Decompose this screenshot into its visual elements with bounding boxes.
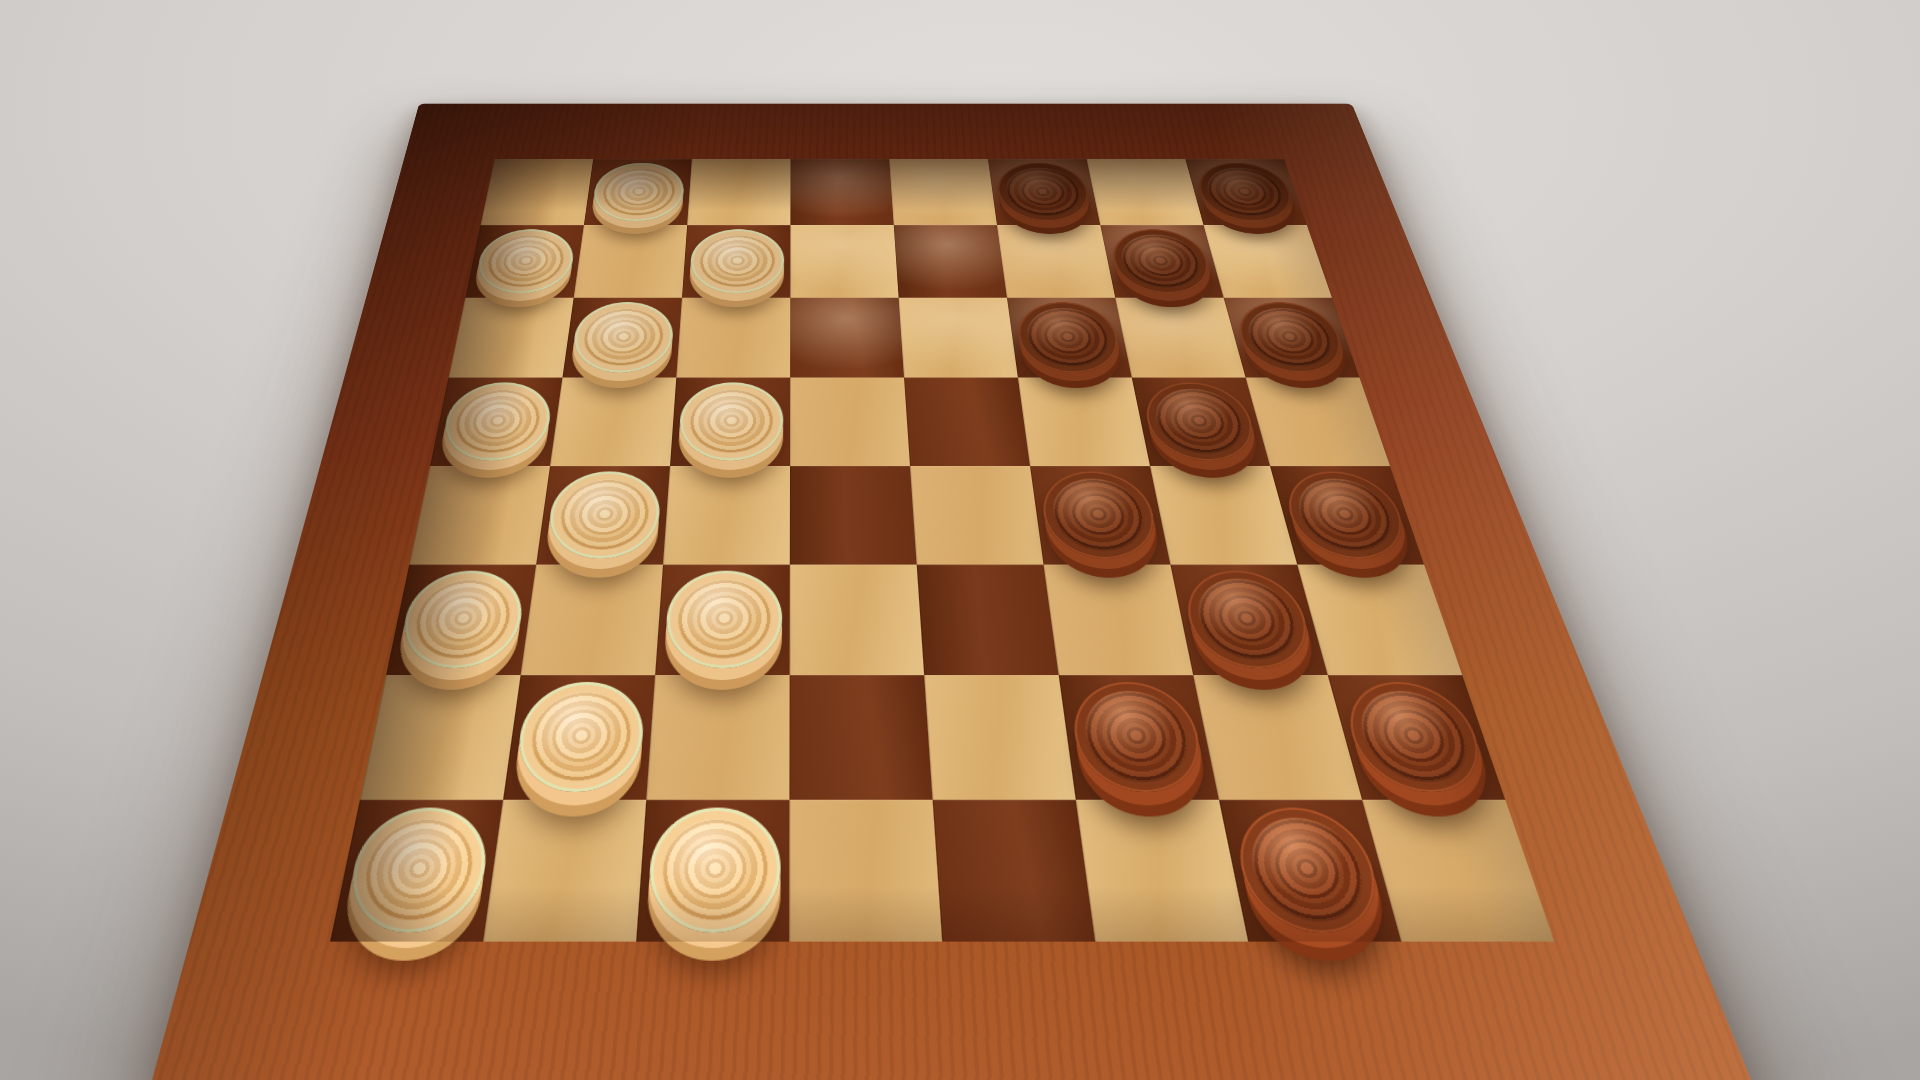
dark-checker-piece[interactable] xyxy=(1038,471,1162,558)
dark-checker-piece[interactable] xyxy=(1192,163,1299,221)
board-square[interactable] xyxy=(997,225,1115,297)
board-square[interactable] xyxy=(910,466,1044,565)
board-square[interactable] xyxy=(933,800,1096,942)
board-square[interactable] xyxy=(790,466,917,565)
board-square[interactable] xyxy=(663,466,790,565)
board-square[interactable] xyxy=(676,298,790,378)
board-square[interactable] xyxy=(574,225,687,297)
light-checker-piece[interactable] xyxy=(473,229,578,293)
board-square[interactable] xyxy=(790,159,893,225)
board-square[interactable] xyxy=(449,298,574,378)
board-square[interactable] xyxy=(409,466,550,565)
board-square[interactable] xyxy=(1270,466,1424,565)
board-square[interactable] xyxy=(646,675,789,800)
board-square[interactable] xyxy=(670,378,790,466)
board-square[interactable] xyxy=(1018,378,1150,466)
dark-checker-piece[interactable] xyxy=(1139,382,1261,460)
background-wall xyxy=(0,0,1920,1080)
light-checker-piece[interactable] xyxy=(544,471,662,558)
board-square[interactable] xyxy=(789,800,942,942)
board-grid xyxy=(330,159,1554,941)
board-square[interactable] xyxy=(1246,378,1390,466)
board-square[interactable] xyxy=(924,675,1076,800)
board-square[interactable] xyxy=(687,159,790,225)
board-square[interactable] xyxy=(430,378,562,466)
board-square[interactable] xyxy=(360,675,521,800)
dark-checker-piece[interactable] xyxy=(1107,229,1216,293)
board-square[interactable] xyxy=(562,298,682,378)
light-checker-piece[interactable] xyxy=(438,382,555,460)
board-square[interactable] xyxy=(889,159,997,225)
dark-checker-piece[interactable] xyxy=(1231,302,1351,373)
board-square[interactable] xyxy=(386,565,536,675)
board-square[interactable] xyxy=(1007,298,1132,378)
board-square[interactable] xyxy=(1044,565,1194,675)
board-square[interactable] xyxy=(503,675,655,800)
board-square[interactable] xyxy=(682,225,790,297)
light-checker-piece[interactable] xyxy=(677,382,783,460)
light-checker-piece[interactable] xyxy=(663,571,782,669)
light-checker-piece[interactable] xyxy=(512,682,646,792)
board-square[interactable] xyxy=(790,378,910,466)
board-square[interactable] xyxy=(894,225,1007,297)
board-square[interactable] xyxy=(1087,159,1204,225)
board-square[interactable] xyxy=(1224,298,1360,378)
dark-checker-piece[interactable] xyxy=(994,163,1093,221)
board-square[interactable] xyxy=(465,225,583,297)
dark-checker-piece[interactable] xyxy=(1179,571,1318,669)
board-square[interactable] xyxy=(1185,159,1307,225)
board-square[interactable] xyxy=(536,466,670,565)
board-square[interactable] xyxy=(483,800,646,942)
board-square[interactable] xyxy=(790,565,925,675)
board-square[interactable] xyxy=(904,378,1030,466)
board-square[interactable] xyxy=(1100,225,1223,297)
board-square[interactable] xyxy=(481,159,594,225)
light-checker-piece[interactable] xyxy=(395,571,528,669)
dark-checker-piece[interactable] xyxy=(1067,682,1209,792)
checkers-board-frame xyxy=(149,104,1755,1080)
board-square[interactable] xyxy=(1059,675,1219,800)
board-square[interactable] xyxy=(1204,225,1332,297)
board-square[interactable] xyxy=(330,800,503,942)
light-checker-piece[interactable] xyxy=(341,808,494,933)
light-checker-piece[interactable] xyxy=(590,163,685,221)
dark-checker-piece[interactable] xyxy=(1229,808,1390,933)
board-square[interactable] xyxy=(790,225,898,297)
board-square[interactable] xyxy=(550,378,676,466)
board-square[interactable] xyxy=(899,298,1018,378)
board-square[interactable] xyxy=(521,565,663,675)
board-square[interactable] xyxy=(655,565,790,675)
dark-checker-piece[interactable] xyxy=(1279,471,1415,558)
board-square[interactable] xyxy=(584,159,692,225)
board-square[interactable] xyxy=(789,675,932,800)
board-square[interactable] xyxy=(636,800,789,942)
light-checker-piece[interactable] xyxy=(646,808,781,933)
board-square[interactable] xyxy=(1030,466,1170,565)
board-square[interactable] xyxy=(917,565,1059,675)
board-square[interactable] xyxy=(988,159,1100,225)
dark-checker-piece[interactable] xyxy=(1014,302,1124,373)
light-checker-piece[interactable] xyxy=(689,229,785,293)
light-checker-piece[interactable] xyxy=(570,302,676,373)
dark-checker-piece[interactable] xyxy=(1337,682,1494,792)
board-square[interactable] xyxy=(790,298,904,378)
